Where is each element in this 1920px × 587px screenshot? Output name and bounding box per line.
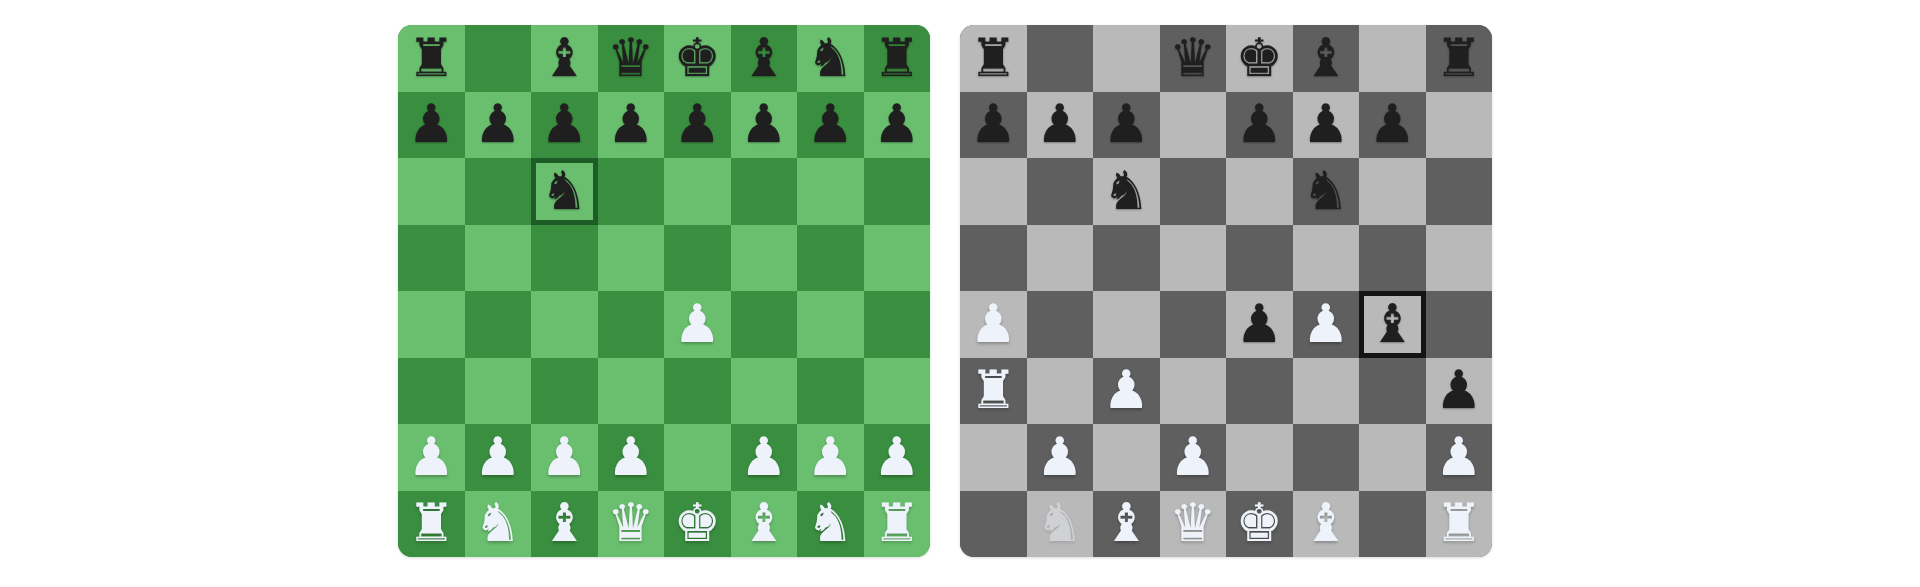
piece-black-bishop-g4[interactable]: ♝: [1368, 297, 1416, 350]
square-c8[interactable]: ♝: [531, 25, 598, 92]
square-h1[interactable]: ♜: [1426, 491, 1493, 558]
piece-black-bishop-f8[interactable]: ♝: [740, 31, 788, 84]
square-g6[interactable]: [797, 158, 864, 225]
square-g1[interactable]: ♞: [797, 491, 864, 558]
square-c3[interactable]: ♟: [1093, 358, 1160, 425]
square-e3[interactable]: [664, 358, 731, 425]
square-g6[interactable]: [1359, 158, 1426, 225]
square-b1[interactable]: ♞: [465, 491, 532, 558]
square-b5[interactable]: [1027, 225, 1094, 292]
square-b3[interactable]: [465, 358, 532, 425]
piece-black-pawn-c7[interactable]: ♟: [1102, 97, 1150, 150]
square-h2[interactable]: ♟: [1426, 424, 1493, 491]
piece-white-pawn-d2[interactable]: ♟: [607, 430, 655, 483]
square-a4[interactable]: [398, 291, 465, 358]
square-f4[interactable]: ♟: [1293, 291, 1360, 358]
square-f1[interactable]: ♝: [1293, 491, 1360, 558]
square-d2[interactable]: ♟: [1160, 424, 1227, 491]
square-g8[interactable]: [1359, 25, 1426, 92]
piece-black-pawn-d7[interactable]: ♟: [607, 97, 655, 150]
square-h5[interactable]: [1426, 225, 1493, 292]
square-d3[interactable]: [1160, 358, 1227, 425]
square-a8[interactable]: ♜: [398, 25, 465, 92]
square-d7[interactable]: [1160, 92, 1227, 159]
square-f3[interactable]: [1293, 358, 1360, 425]
square-e7[interactable]: ♟: [1226, 92, 1293, 159]
square-a5[interactable]: [960, 225, 1027, 292]
square-h4[interactable]: [864, 291, 931, 358]
piece-black-pawn-e7[interactable]: ♟: [1235, 97, 1283, 150]
piece-white-knight-g1[interactable]: ♞: [806, 496, 854, 549]
square-f7[interactable]: ♟: [731, 92, 798, 159]
square-b5[interactable]: [465, 225, 532, 292]
square-g2[interactable]: [1359, 424, 1426, 491]
square-f2[interactable]: ♟: [731, 424, 798, 491]
square-c3[interactable]: [531, 358, 598, 425]
square-d4[interactable]: [1160, 291, 1227, 358]
square-e2[interactable]: [664, 424, 731, 491]
piece-black-pawn-h3[interactable]: ♟: [1435, 363, 1483, 416]
square-g7[interactable]: ♟: [797, 92, 864, 159]
piece-black-pawn-g7[interactable]: ♟: [806, 97, 854, 150]
square-f6[interactable]: ♞: [1293, 158, 1360, 225]
square-f8[interactable]: ♝: [731, 25, 798, 92]
square-a2[interactable]: [960, 424, 1027, 491]
square-a1[interactable]: ♜: [398, 491, 465, 558]
piece-black-pawn-e4[interactable]: ♟: [1235, 297, 1283, 350]
piece-white-pawn-f2[interactable]: ♟: [740, 430, 788, 483]
piece-black-pawn-b7[interactable]: ♟: [474, 97, 522, 150]
square-h6[interactable]: [864, 158, 931, 225]
piece-white-bishop-c1[interactable]: ♝: [1102, 496, 1150, 549]
square-h3[interactable]: [864, 358, 931, 425]
square-d1[interactable]: ♛: [598, 491, 665, 558]
square-g7[interactable]: ♟: [1359, 92, 1426, 159]
square-f1[interactable]: ♝: [731, 491, 798, 558]
square-e7[interactable]: ♟: [664, 92, 731, 159]
square-h8[interactable]: ♜: [1426, 25, 1493, 92]
piece-black-queen-d8[interactable]: ♛: [1169, 31, 1217, 84]
piece-white-rook-a3[interactable]: ♜: [969, 363, 1017, 416]
square-b8[interactable]: [1027, 25, 1094, 92]
piece-black-knight-c6[interactable]: ♞: [1102, 164, 1150, 217]
square-b8[interactable]: [465, 25, 532, 92]
piece-white-pawn-c2[interactable]: ♟: [540, 430, 588, 483]
square-h5[interactable]: [864, 225, 931, 292]
square-c1[interactable]: ♝: [1093, 491, 1160, 558]
square-e1[interactable]: ♚: [664, 491, 731, 558]
square-h7[interactable]: ♟: [864, 92, 931, 159]
square-d8[interactable]: ♛: [598, 25, 665, 92]
square-d3[interactable]: [598, 358, 665, 425]
square-b4[interactable]: [1027, 291, 1094, 358]
piece-white-king-e1[interactable]: ♚: [673, 496, 721, 549]
square-a2[interactable]: ♟: [398, 424, 465, 491]
square-b2[interactable]: ♟: [465, 424, 532, 491]
square-c2[interactable]: [1093, 424, 1160, 491]
square-b4[interactable]: [465, 291, 532, 358]
square-g3[interactable]: [797, 358, 864, 425]
square-g1[interactable]: [1359, 491, 1426, 558]
square-a3[interactable]: ♜: [960, 358, 1027, 425]
square-e8[interactable]: ♚: [1226, 25, 1293, 92]
square-c4[interactable]: [1093, 291, 1160, 358]
square-e1[interactable]: ♚: [1226, 491, 1293, 558]
square-h4[interactable]: [1426, 291, 1493, 358]
piece-white-rook-h1[interactable]: ♜: [873, 496, 921, 549]
square-b1[interactable]: ♞: [1027, 491, 1094, 558]
piece-black-rook-h8[interactable]: ♜: [873, 31, 921, 84]
piece-black-knight-f6[interactable]: ♞: [1302, 164, 1350, 217]
square-d7[interactable]: ♟: [598, 92, 665, 159]
square-e5[interactable]: [1226, 225, 1293, 292]
square-d1[interactable]: ♛: [1160, 491, 1227, 558]
square-e6[interactable]: [664, 158, 731, 225]
piece-black-pawn-f7[interactable]: ♟: [740, 97, 788, 150]
piece-black-queen-d8[interactable]: ♛: [607, 31, 655, 84]
piece-white-king-e1[interactable]: ♚: [1235, 496, 1283, 549]
piece-black-king-e8[interactable]: ♚: [1235, 31, 1283, 84]
square-d4[interactable]: [598, 291, 665, 358]
square-b3[interactable]: [1027, 358, 1094, 425]
piece-black-pawn-h7[interactable]: ♟: [873, 97, 921, 150]
square-f5[interactable]: [731, 225, 798, 292]
piece-black-knight-c6[interactable]: ♞: [540, 164, 588, 217]
square-c4[interactable]: [531, 291, 598, 358]
square-a8[interactable]: ♜: [960, 25, 1027, 92]
square-a7[interactable]: ♟: [398, 92, 465, 159]
square-d6[interactable]: [598, 158, 665, 225]
square-g3[interactable]: [1359, 358, 1426, 425]
square-h8[interactable]: ♜: [864, 25, 931, 92]
chessboard-green: ♜♝♛♚♝♞♜♟♟♟♟♟♟♟♟♞♟♟♟♟♟♟♟♟♜♞♝♛♚♝♞♜: [398, 25, 930, 557]
square-g5[interactable]: [797, 225, 864, 292]
square-g8[interactable]: ♞: [797, 25, 864, 92]
square-h1[interactable]: ♜: [864, 491, 931, 558]
square-d6[interactable]: [1160, 158, 1227, 225]
piece-black-king-e8[interactable]: ♚: [673, 31, 721, 84]
piece-white-pawn-a2[interactable]: ♟: [407, 430, 455, 483]
piece-white-pawn-h2[interactable]: ♟: [1435, 430, 1483, 483]
square-c1[interactable]: ♝: [531, 491, 598, 558]
piece-white-pawn-c3[interactable]: ♟: [1102, 363, 1150, 416]
square-g4[interactable]: ♝: [1359, 291, 1426, 358]
square-f8[interactable]: ♝: [1293, 25, 1360, 92]
piece-black-pawn-a7[interactable]: ♟: [407, 97, 455, 150]
square-e3[interactable]: [1226, 358, 1293, 425]
square-g5[interactable]: [1359, 225, 1426, 292]
piece-black-knight-g8[interactable]: ♞: [806, 31, 854, 84]
square-g2[interactable]: ♟: [797, 424, 864, 491]
square-d5[interactable]: [598, 225, 665, 292]
piece-black-pawn-a7[interactable]: ♟: [969, 97, 1017, 150]
piece-white-pawn-b2[interactable]: ♟: [474, 430, 522, 483]
piece-white-pawn-g2[interactable]: ♟: [806, 430, 854, 483]
square-f4[interactable]: [731, 291, 798, 358]
square-c6[interactable]: ♞: [1093, 158, 1160, 225]
square-f2[interactable]: [1293, 424, 1360, 491]
square-e8[interactable]: ♚: [664, 25, 731, 92]
square-a5[interactable]: [398, 225, 465, 292]
square-b6[interactable]: [1027, 158, 1094, 225]
piece-black-bishop-c8[interactable]: ♝: [540, 31, 588, 84]
piece-black-pawn-g7[interactable]: ♟: [1368, 97, 1416, 150]
piece-black-pawn-f7[interactable]: ♟: [1302, 97, 1350, 150]
square-a6[interactable]: [398, 158, 465, 225]
piece-white-knight-b1[interactable]: ♞: [474, 496, 522, 549]
piece-white-rook-h1[interactable]: ♜: [1435, 496, 1483, 549]
piece-black-rook-a8[interactable]: ♜: [407, 31, 455, 84]
square-c7[interactable]: ♟: [531, 92, 598, 159]
piece-black-rook-h8[interactable]: ♜: [1435, 31, 1483, 84]
piece-black-bishop-f8[interactable]: ♝: [1302, 31, 1350, 84]
square-b7[interactable]: ♟: [1027, 92, 1094, 159]
square-c5[interactable]: [531, 225, 598, 292]
piece-white-pawn-h2[interactable]: ♟: [873, 430, 921, 483]
square-a1[interactable]: [960, 491, 1027, 558]
square-g4[interactable]: [797, 291, 864, 358]
square-d2[interactable]: ♟: [598, 424, 665, 491]
piece-black-rook-a8[interactable]: ♜: [969, 31, 1017, 84]
square-c2[interactable]: ♟: [531, 424, 598, 491]
chessboard-gray: ♜♛♚♝♜♟♟♟♟♟♟♞♞♟♟♟♝♜♟♟♟♟♟♞♝♛♚♝♜: [960, 25, 1492, 557]
square-e4[interactable]: ♟: [1226, 291, 1293, 358]
square-e4[interactable]: ♟: [664, 291, 731, 358]
square-f5[interactable]: [1293, 225, 1360, 292]
piece-white-bishop-f1[interactable]: ♝: [1302, 496, 1350, 549]
piece-white-knight-b1[interactable]: ♞: [1036, 496, 1084, 549]
square-h7[interactable]: [1426, 92, 1493, 159]
piece-white-queen-d1[interactable]: ♛: [1169, 496, 1217, 549]
piece-white-pawn-d2[interactable]: ♟: [1169, 430, 1217, 483]
piece-white-pawn-b2[interactable]: ♟: [1036, 430, 1084, 483]
square-h6[interactable]: [1426, 158, 1493, 225]
square-b2[interactable]: ♟: [1027, 424, 1094, 491]
piece-black-pawn-e7[interactable]: ♟: [673, 97, 721, 150]
square-a6[interactable]: [960, 158, 1027, 225]
square-a4[interactable]: ♟: [960, 291, 1027, 358]
piece-white-bishop-c1[interactable]: ♝: [540, 496, 588, 549]
piece-white-pawn-f4[interactable]: ♟: [1302, 297, 1350, 350]
square-d5[interactable]: [1160, 225, 1227, 292]
piece-black-pawn-b7[interactable]: ♟: [1036, 97, 1084, 150]
square-f7[interactable]: ♟: [1293, 92, 1360, 159]
square-f6[interactable]: [731, 158, 798, 225]
square-e2[interactable]: [1226, 424, 1293, 491]
piece-white-bishop-f1[interactable]: ♝: [740, 496, 788, 549]
square-b6[interactable]: [465, 158, 532, 225]
piece-white-queen-d1[interactable]: ♛: [607, 496, 655, 549]
square-c8[interactable]: [1093, 25, 1160, 92]
square-f3[interactable]: [731, 358, 798, 425]
piece-white-pawn-e4[interactable]: ♟: [673, 297, 721, 350]
square-c6[interactable]: ♞: [531, 158, 598, 225]
piece-black-pawn-c7[interactable]: ♟: [540, 97, 588, 150]
square-c5[interactable]: [1093, 225, 1160, 292]
piece-white-pawn-a4[interactable]: ♟: [969, 297, 1017, 350]
page-background: ♜♝♛♚♝♞♜♟♟♟♟♟♟♟♟♞♟♟♟♟♟♟♟♟♜♞♝♛♚♝♞♜ ♜♛♚♝♜♟♟…: [0, 0, 1920, 587]
square-e5[interactable]: [664, 225, 731, 292]
piece-white-rook-a1[interactable]: ♜: [407, 496, 455, 549]
square-d8[interactable]: ♛: [1160, 25, 1227, 92]
square-a7[interactable]: ♟: [960, 92, 1027, 159]
square-a3[interactable]: [398, 358, 465, 425]
square-b7[interactable]: ♟: [465, 92, 532, 159]
square-h2[interactable]: ♟: [864, 424, 931, 491]
square-h3[interactable]: ♟: [1426, 358, 1493, 425]
square-e6[interactable]: [1226, 158, 1293, 225]
square-c7[interactable]: ♟: [1093, 92, 1160, 159]
